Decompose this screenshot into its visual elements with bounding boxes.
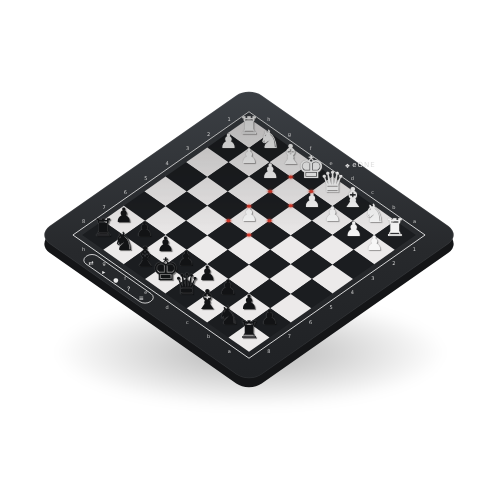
control-button[interactable]: ⇄ [86, 256, 101, 266]
piece-glyph: ♟ [240, 204, 258, 224]
control-button-icon: ⇄ [89, 260, 94, 266]
piece-glyph: ♜ [384, 216, 406, 240]
control-button[interactable]: ? [124, 283, 138, 292]
playing-area: ♜♞♝♚♛♝♞♜♟♟♟♟♟♟♟♟♟♟♟♟♟♟♟♟♜♞♝♚♛♝♞♜ hhggffe… [82, 118, 416, 352]
piece-glyph: ♟ [344, 219, 362, 239]
piece-glyph: ♜ [238, 114, 260, 138]
control-button-icon: ● [114, 277, 119, 283]
control-button[interactable]: ≡ [136, 291, 151, 301]
piece-glyph: ♟ [365, 234, 383, 254]
control-button[interactable]: ● [111, 273, 126, 284]
scene: ❖ eONE ⇄▸●?≡ ♜♞♝♚♛♝♞♜♟♟♟♟♟♟♟♟♟♟♟♟♟♟♟♟♜♞♝… [0, 0, 498, 498]
piece-glyph: ♝ [195, 286, 219, 313]
product-photo-stage: ❖ eONE ⇄▸●?≡ ♜♞♝♚♛♝♞♜♟♟♟♟♟♟♟♟♟♟♟♟♟♟♟♟♜♞♝… [0, 0, 498, 498]
piece-glyph: ♜ [238, 318, 260, 342]
piece-glyph: ♞ [113, 230, 135, 255]
brand-logo-icon: ❖ [345, 163, 350, 169]
piece-glyph: ♟ [323, 204, 341, 224]
piece-glyph: ♟ [115, 204, 133, 224]
piece-glyph: ♟ [240, 292, 258, 312]
piece-glyph: ♟ [198, 263, 216, 283]
piece-glyph: ♞ [217, 303, 239, 328]
control-button-icon: ? [127, 286, 130, 292]
control-button[interactable]: ▸ [99, 265, 112, 274]
piece-glyph: ♟ [177, 248, 195, 268]
brand-logo-text: eONE [352, 162, 375, 169]
board-grid: ♜♞♝♚♛♝♞♜♟♟♟♟♟♟♟♟♟♟♟♟♟♟♟♟♜♞♝♚♛♝♞♜ [82, 118, 416, 352]
piece-glyph: ♟ [261, 161, 279, 181]
piece-glyph: ♟ [219, 131, 237, 151]
piece-glyph: ♟ [303, 190, 321, 210]
piece-glyph: ♜ [92, 216, 114, 240]
piece-glyph: ♟ [240, 146, 258, 166]
piece-glyph: ♟ [261, 307, 279, 327]
control-button-icon: ≡ [139, 295, 144, 301]
piece-glyph: ♟ [219, 277, 237, 297]
piece-glyph: ♝ [341, 184, 365, 211]
chess-board: ❖ eONE ⇄▸●?≡ ♜♞♝♚♛♝♞♜♟♟♟♟♟♟♟♟♟♟♟♟♟♟♟♟♜♞♝… [37, 87, 461, 384]
piece-glyph: ♞ [363, 200, 385, 225]
control-button-icon: ▸ [102, 268, 105, 274]
brand-logo: ❖ eONE [345, 162, 376, 169]
piece-glyph: ♟ [136, 219, 154, 239]
